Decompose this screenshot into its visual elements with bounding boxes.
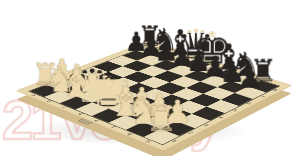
- square-g6: [203, 87, 234, 99]
- piece-black-knight: ♞: [224, 28, 267, 81]
- piece-black-king: ♚: [191, 19, 233, 70]
- square-g5: [189, 94, 221, 107]
- square-e7: ♟: [184, 70, 214, 81]
- file-label: b: [46, 99, 54, 102]
- rank-label: 3: [202, 123, 210, 127]
- piece-black-rook: ♜: [130, 2, 170, 51]
- rank-label: 6: [245, 102, 253, 105]
- file-label: h: [145, 139, 154, 143]
- product-photo: 21Vek.by ♜♞♝♛♚♝♞♜♟♟♟♟♟♟♟♟♟♟♟♟♟♟♟♟♜♞♝♛♚♝♞…: [0, 0, 300, 156]
- rank-label: 4: [217, 116, 225, 120]
